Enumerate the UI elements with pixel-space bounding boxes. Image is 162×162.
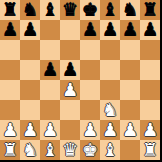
square-c7[interactable] <box>40 20 60 40</box>
piece-white-pawn-b2[interactable]: ♟ <box>22 120 38 140</box>
square-g2[interactable]: ♟ <box>120 120 140 140</box>
square-e6[interactable] <box>80 40 100 60</box>
square-a4[interactable] <box>0 80 20 100</box>
square-e4[interactable] <box>80 80 100 100</box>
piece-black-pawn-c5[interactable]: ♟ <box>42 60 58 80</box>
square-a1[interactable]: ♜ <box>0 140 20 160</box>
square-a6[interactable] <box>0 40 20 60</box>
piece-white-knight-f3[interactable]: ♞ <box>102 100 118 120</box>
chess-app-window: ♜♞♝♛♚♝♞♜♟♟♟♟♟♟♟♟♟♞♟♟♟♟♟♟♟♜♞♝♛♚♝♜ <box>0 0 162 162</box>
piece-black-knight-g8[interactable]: ♞ <box>122 0 138 20</box>
square-f8[interactable]: ♝ <box>100 0 120 20</box>
piece-black-pawn-g7[interactable]: ♟ <box>122 20 138 40</box>
square-e3[interactable] <box>80 100 100 120</box>
square-f6[interactable] <box>100 40 120 60</box>
square-h3[interactable] <box>140 100 160 120</box>
piece-black-rook-h8[interactable]: ♜ <box>142 0 158 20</box>
square-d7[interactable] <box>60 20 80 40</box>
square-f7[interactable]: ♟ <box>100 20 120 40</box>
square-e1[interactable]: ♚ <box>80 140 100 160</box>
square-h5[interactable] <box>140 60 160 80</box>
piece-black-pawn-b7[interactable]: ♟ <box>22 20 38 40</box>
square-b7[interactable]: ♟ <box>20 20 40 40</box>
square-b4[interactable] <box>20 80 40 100</box>
square-a7[interactable]: ♟ <box>0 20 20 40</box>
square-e7[interactable]: ♟ <box>80 20 100 40</box>
square-g4[interactable] <box>120 80 140 100</box>
square-e2[interactable]: ♟ <box>80 120 100 140</box>
square-b6[interactable] <box>20 40 40 60</box>
square-h4[interactable] <box>140 80 160 100</box>
square-h6[interactable] <box>140 40 160 60</box>
square-b5[interactable] <box>20 60 40 80</box>
square-b2[interactable]: ♟ <box>20 120 40 140</box>
square-d3[interactable] <box>60 100 80 120</box>
piece-white-pawn-a2[interactable]: ♟ <box>2 120 18 140</box>
piece-white-rook-a1[interactable]: ♜ <box>2 140 18 160</box>
piece-white-queen-d1[interactable]: ♛ <box>62 140 78 160</box>
piece-black-king-e8[interactable]: ♚ <box>82 0 98 20</box>
square-h8[interactable]: ♜ <box>140 0 160 20</box>
square-d6[interactable] <box>60 40 80 60</box>
square-b3[interactable] <box>20 100 40 120</box>
square-d1[interactable]: ♛ <box>60 140 80 160</box>
piece-black-pawn-d5[interactable]: ♟ <box>62 60 78 80</box>
square-g8[interactable]: ♞ <box>120 0 140 20</box>
square-b8[interactable]: ♞ <box>20 0 40 20</box>
chess-board: ♜♞♝♛♚♝♞♜♟♟♟♟♟♟♟♟♟♞♟♟♟♟♟♟♟♜♞♝♛♚♝♜ <box>0 0 160 160</box>
square-f1[interactable]: ♝ <box>100 140 120 160</box>
square-c5[interactable]: ♟ <box>40 60 60 80</box>
square-a8[interactable]: ♜ <box>0 0 20 20</box>
square-e8[interactable]: ♚ <box>80 0 100 20</box>
piece-white-pawn-d4[interactable]: ♟ <box>62 80 78 100</box>
piece-white-rook-h1[interactable]: ♜ <box>142 140 158 160</box>
square-g1[interactable] <box>120 140 140 160</box>
piece-white-king-e1[interactable]: ♚ <box>82 140 98 160</box>
square-f5[interactable] <box>100 60 120 80</box>
piece-black-queen-d8[interactable]: ♛ <box>62 0 78 20</box>
piece-black-rook-a8[interactable]: ♜ <box>2 0 18 20</box>
piece-black-bishop-c8[interactable]: ♝ <box>42 0 58 20</box>
square-c1[interactable]: ♝ <box>40 140 60 160</box>
piece-black-pawn-f7[interactable]: ♟ <box>102 20 118 40</box>
piece-white-pawn-g2[interactable]: ♟ <box>122 120 138 140</box>
square-f3[interactable]: ♞ <box>100 100 120 120</box>
piece-black-pawn-a7[interactable]: ♟ <box>2 20 18 40</box>
square-h2[interactable]: ♟ <box>140 120 160 140</box>
piece-white-pawn-h2[interactable]: ♟ <box>142 120 158 140</box>
square-c8[interactable]: ♝ <box>40 0 60 20</box>
square-d8[interactable]: ♛ <box>60 0 80 20</box>
square-c6[interactable] <box>40 40 60 60</box>
square-a3[interactable] <box>0 100 20 120</box>
square-d2[interactable] <box>60 120 80 140</box>
square-a5[interactable] <box>0 60 20 80</box>
piece-white-bishop-c1[interactable]: ♝ <box>42 140 58 160</box>
square-c4[interactable] <box>40 80 60 100</box>
piece-white-pawn-e2[interactable]: ♟ <box>82 120 98 140</box>
piece-black-pawn-e7[interactable]: ♟ <box>82 20 98 40</box>
square-c2[interactable]: ♟ <box>40 120 60 140</box>
piece-white-pawn-c2[interactable]: ♟ <box>42 120 58 140</box>
square-a2[interactable]: ♟ <box>0 120 20 140</box>
piece-white-pawn-f2[interactable]: ♟ <box>102 120 118 140</box>
square-g3[interactable] <box>120 100 140 120</box>
square-f2[interactable]: ♟ <box>100 120 120 140</box>
piece-black-knight-b8[interactable]: ♞ <box>22 0 38 20</box>
square-h1[interactable]: ♜ <box>140 140 160 160</box>
piece-black-pawn-h7[interactable]: ♟ <box>142 20 158 40</box>
square-g5[interactable] <box>120 60 140 80</box>
square-g6[interactable] <box>120 40 140 60</box>
square-d4[interactable]: ♟ <box>60 80 80 100</box>
square-b1[interactable]: ♞ <box>20 140 40 160</box>
square-g7[interactable]: ♟ <box>120 20 140 40</box>
piece-white-bishop-f1[interactable]: ♝ <box>102 140 118 160</box>
piece-black-bishop-f8[interactable]: ♝ <box>102 0 118 20</box>
piece-white-knight-b1[interactable]: ♞ <box>22 140 38 160</box>
square-f4[interactable] <box>100 80 120 100</box>
square-d5[interactable]: ♟ <box>60 60 80 80</box>
square-c3[interactable] <box>40 100 60 120</box>
square-h7[interactable]: ♟ <box>140 20 160 40</box>
square-e5[interactable] <box>80 60 100 80</box>
